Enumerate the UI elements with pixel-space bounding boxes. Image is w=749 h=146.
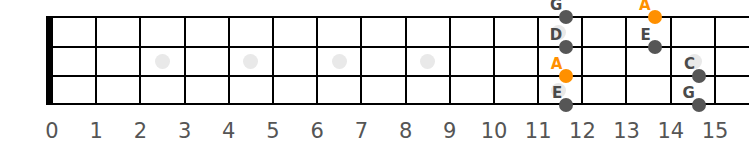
fret-number-4: 4 [222, 120, 235, 142]
note-label-E-string-fret-12: E [552, 84, 562, 102]
fret-cell-s3-f7 [318, 75, 362, 105]
fret-cell-s1-f7 [318, 16, 362, 46]
fret-number-9: 9 [443, 120, 456, 142]
fret-cell-s1-f8 [362, 16, 406, 46]
fret-cell-s1-f1 [53, 16, 97, 46]
fret-cell-s3-f9 [407, 75, 451, 105]
fret-number-10: 10 [481, 120, 508, 142]
fret-number-13: 13 [613, 120, 640, 142]
fret-cell-s2-f4 [186, 46, 230, 75]
fret-cell-s3-f6 [274, 75, 318, 105]
nut [46, 16, 53, 105]
fret-cell-s2-f11 [495, 46, 539, 75]
fret-number-3: 3 [178, 120, 191, 142]
fret-cell-s2-f8 [362, 46, 406, 75]
fret-number-1: 1 [90, 120, 103, 142]
fret-cell-s2-f13 [583, 46, 627, 75]
fret-number-2: 2 [134, 120, 147, 142]
fret-cell-s1-f5 [230, 16, 274, 46]
fret-cell-s3-f8 [362, 75, 406, 105]
note-label-G-string-fret-12: G [550, 0, 562, 14]
fret-cell-s2-f6 [274, 46, 318, 75]
note-label-A-string-fret-15: C [684, 55, 695, 73]
fret-number-11: 11 [525, 120, 552, 142]
fret-cell-s2-f10 [451, 46, 495, 75]
fret-cell-s3-f1 [53, 75, 97, 105]
fret-number-12: 12 [569, 120, 596, 142]
fret-cell-s3-f3 [141, 75, 185, 105]
fret-cell-s3-f10 [451, 75, 495, 105]
fret-cell-s1-f15 [672, 16, 716, 46]
fret-cell-s2-f2 [97, 46, 141, 75]
note-label-E-string-fret-15: G [683, 84, 695, 102]
fret-number-8: 8 [399, 120, 412, 142]
fret-cell-s3-f5 [230, 75, 274, 105]
fret-cell-s3-f16 [716, 75, 749, 105]
note-label-D-string-fret-12: D [550, 26, 562, 44]
fret-cell-s1-f2 [97, 16, 141, 46]
fret-cell-s3-f14 [627, 75, 671, 105]
fret-number-6: 6 [311, 120, 324, 142]
fret-number-5: 5 [266, 120, 279, 142]
note-label-D-string-fret-14: E [640, 26, 650, 44]
fret-cell-s1-f4 [186, 16, 230, 46]
note-label-A-string-fret-12: A [551, 55, 563, 73]
fret-cell-s3-f2 [97, 75, 141, 105]
fret-cell-s2-f1 [53, 46, 97, 75]
fret-cell-s1-f9 [407, 16, 451, 46]
fret-cell-s1-f3 [141, 16, 185, 46]
inlay-dot-fret-7 [332, 54, 347, 69]
fret-cell-s3-f4 [186, 75, 230, 105]
fret-cell-s1-f10 [451, 16, 495, 46]
fret-cell-s1-f13 [583, 16, 627, 46]
inlay-dot-fret-3 [155, 54, 170, 69]
fret-number-0: 0 [45, 120, 58, 142]
fret-cell-s1-f6 [274, 16, 318, 46]
fret-number-15: 15 [702, 120, 729, 142]
fret-cell-s2-f16 [716, 46, 749, 75]
fretboard-diagram: GDAEAECG 0123456789101112131415 [0, 0, 749, 146]
fret-number-14: 14 [657, 120, 684, 142]
fret-cell-s3-f13 [583, 75, 627, 105]
fret-cell-s1-f16 [716, 16, 749, 46]
fret-cell-s1-f11 [495, 16, 539, 46]
note-label-G-string-fret-14: A [639, 0, 651, 14]
fret-cell-s3-f11 [495, 75, 539, 105]
fret-number-7: 7 [355, 120, 368, 142]
